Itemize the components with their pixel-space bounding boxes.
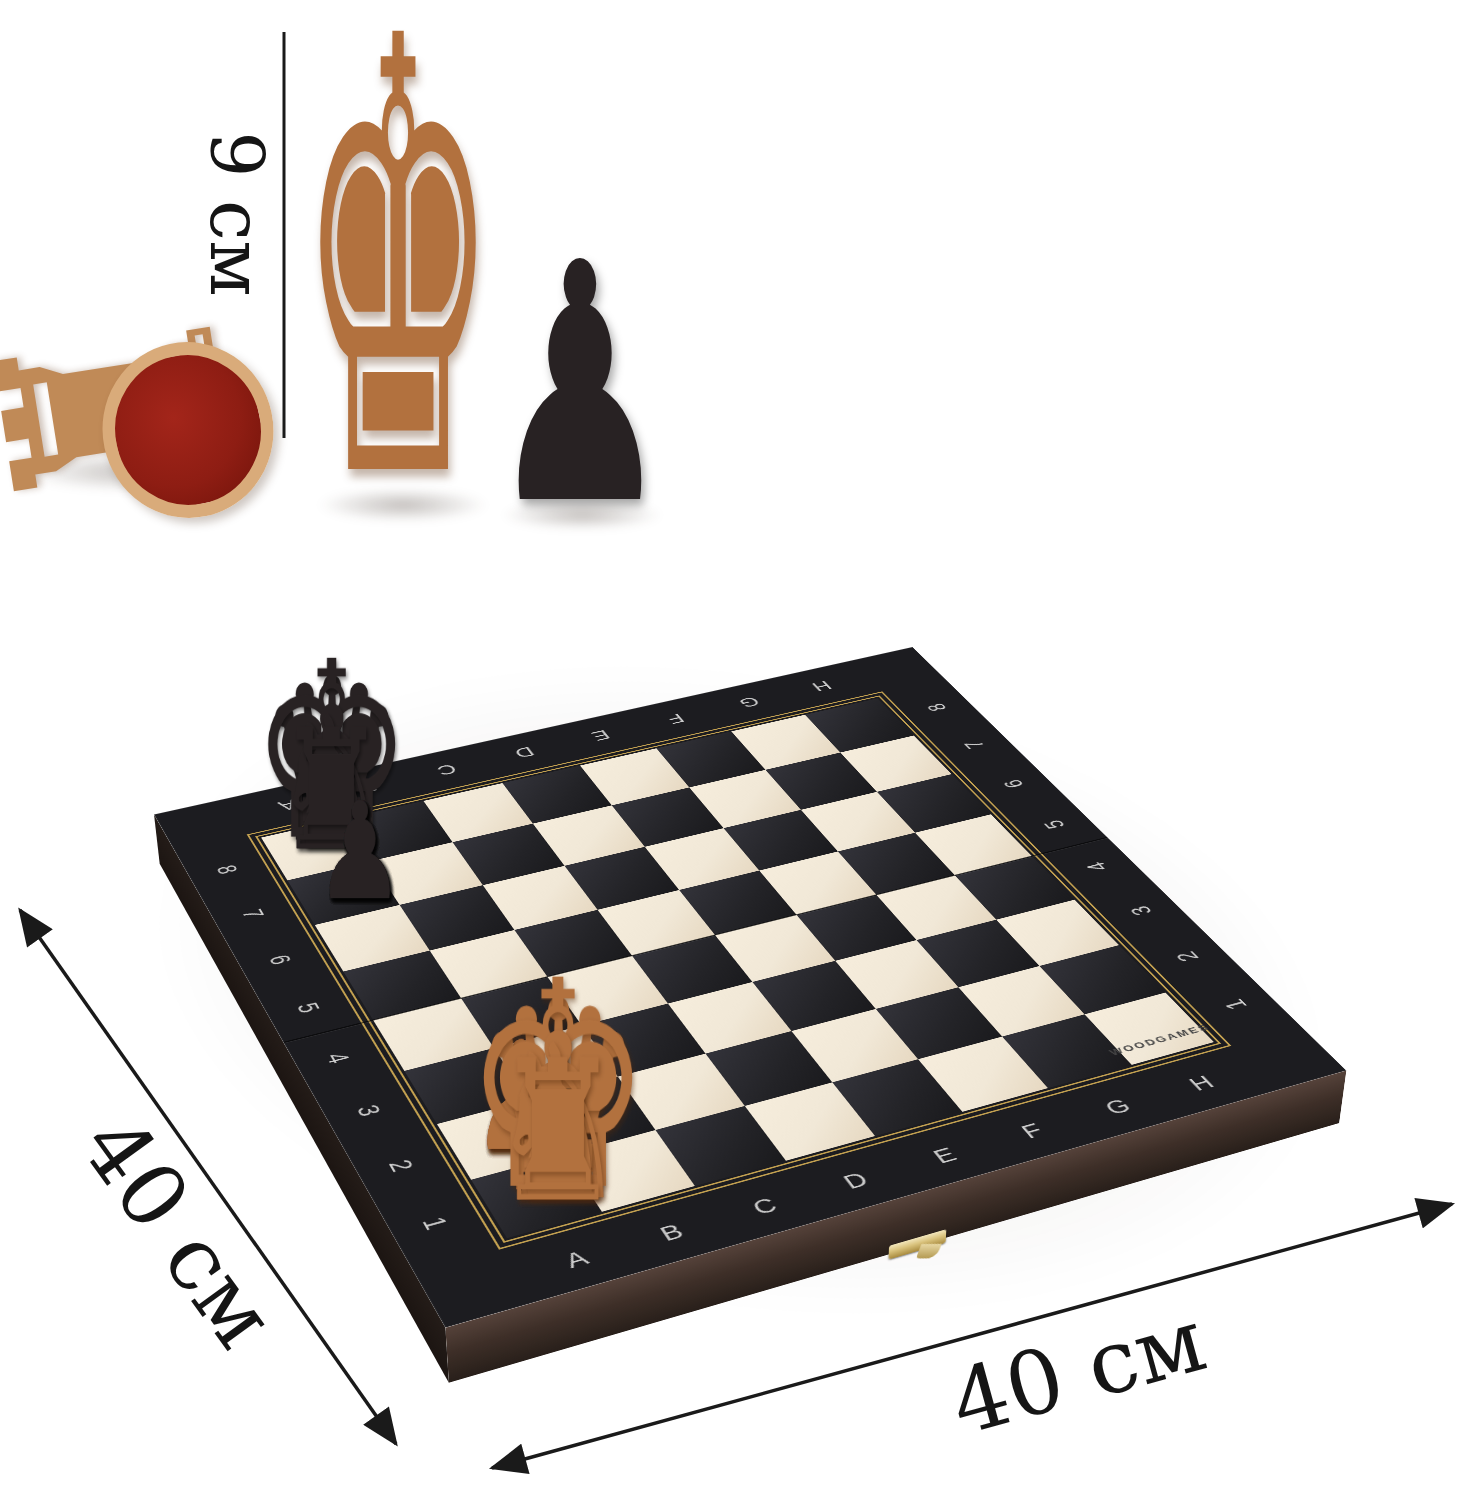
chess-piece-white-r: ♜ <box>390 1035 726 1231</box>
product-photo-scene: AABBCCDDEEFFGGHH1122334455667788 WOODGAM… <box>0 0 1480 1491</box>
measured-king-piece: ♚ <box>298 10 497 514</box>
piece-height-label: 9 см <box>200 131 272 296</box>
black-pawn-piece: ♟ <box>488 247 671 524</box>
